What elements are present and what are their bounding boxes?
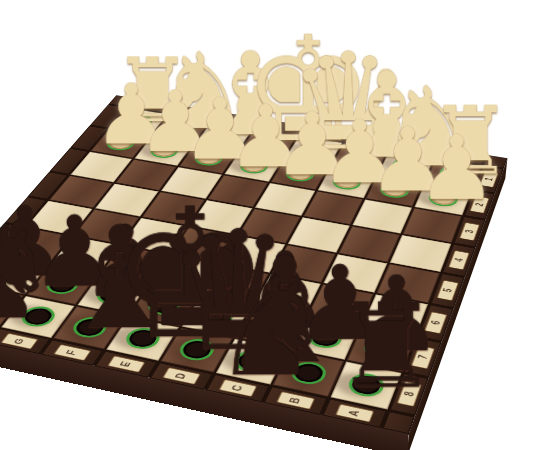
rank-label-text: 4 <box>453 258 464 263</box>
file-label-text: E <box>120 361 133 368</box>
piece-stand: ♚ <box>110 203 166 346</box>
rank-label-text: 5 <box>442 288 454 293</box>
square-b2[interactable]: ♟ <box>366 174 424 206</box>
piece-stand: ♟ <box>320 118 367 188</box>
piece-stand: ♞ <box>276 272 334 381</box>
piece-stand: ♟ <box>227 103 274 172</box>
piece-stand: ♟ <box>94 82 139 149</box>
piece-stand: ♟ <box>137 89 183 156</box>
file-label-plaque: G <box>1 333 39 349</box>
file-label-text: F <box>66 349 79 355</box>
piece-stand: ♞ <box>5 221 60 324</box>
rank-label-plaque: 3 <box>459 222 480 241</box>
rank-label-plaque: 4 <box>448 250 469 270</box>
square-a2[interactable]: ♟ <box>414 182 471 215</box>
piece-stand: ♟ <box>417 133 465 204</box>
piece-stand: ♝ <box>57 222 112 335</box>
piece-stand: ♟ <box>368 125 416 196</box>
piece-stand: ♟ <box>273 110 320 179</box>
piece-stand: ♟ <box>182 96 228 164</box>
piece-stand: ♜ <box>334 300 392 393</box>
file-label-plaque: F <box>53 344 91 361</box>
rank-label-text: 3 <box>464 229 475 234</box>
file-label-text: A <box>348 409 362 417</box>
file-label-text: B <box>289 397 303 405</box>
file-label-text: G <box>12 337 26 344</box>
photo-scene: ♜♞♝♚♛♝♞♜1♟♟♟♟♟♟♟♟23456♟♟♟♟♟♟♟♟7♜♞♝♚♛♝♞♜8… <box>0 0 550 450</box>
file-label-text: C <box>231 384 245 392</box>
file-label-text: D <box>175 372 189 379</box>
chess-board: ♜♞♝♚♛♝♞♜1♟♟♟♟♟♟♟♟23456♟♟♟♟♟♟♟♟7♜♞♝♚♛♝♞♜8… <box>0 95 507 434</box>
